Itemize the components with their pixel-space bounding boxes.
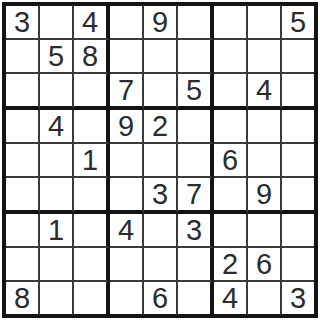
cell-r3c3[interactable] (74, 74, 110, 110)
cell-r5c4[interactable] (110, 144, 144, 178)
cell-r6c2[interactable] (40, 178, 74, 214)
cell-r8c4[interactable] (110, 248, 144, 282)
cell-r1c3[interactable]: 4 (74, 6, 110, 40)
cell-r2c2[interactable]: 5 (40, 40, 74, 74)
cell-r1c9[interactable]: 5 (282, 6, 314, 40)
cell-r7c1[interactable] (6, 214, 40, 248)
cell-r2c1[interactable] (6, 40, 40, 74)
board-row-8: 26 (6, 248, 314, 282)
cell-r3c6[interactable]: 5 (178, 74, 214, 110)
cell-r4c1[interactable] (6, 110, 40, 144)
cell-r8c3[interactable] (74, 248, 110, 282)
cell-r4c9[interactable] (282, 110, 314, 144)
cell-r6c9[interactable] (282, 178, 314, 214)
cell-r3c8[interactable]: 4 (248, 74, 282, 110)
cell-r4c5[interactable]: 2 (144, 110, 178, 144)
cell-r9c6[interactable] (178, 282, 214, 314)
cell-r2c4[interactable] (110, 40, 144, 74)
sudoku-page: 34955875449216379143268643 (0, 2, 320, 320)
cell-r4c4[interactable]: 9 (110, 110, 144, 144)
cell-r5c3[interactable]: 1 (74, 144, 110, 178)
cell-r9c5[interactable]: 6 (144, 282, 178, 314)
cell-r9c3[interactable] (74, 282, 110, 314)
cell-r5c9[interactable] (282, 144, 314, 178)
cell-r7c2[interactable]: 1 (40, 214, 74, 248)
cell-r3c2[interactable] (40, 74, 74, 110)
board-row-5: 16 (6, 144, 314, 178)
cell-r1c7[interactable] (214, 6, 248, 40)
board-row-9: 8643 (6, 282, 314, 314)
cell-r8c9[interactable] (282, 248, 314, 282)
board-row-4: 492 (6, 110, 314, 144)
cell-r2c6[interactable] (178, 40, 214, 74)
cell-r1c8[interactable] (248, 6, 282, 40)
cell-r1c1[interactable]: 3 (6, 6, 40, 40)
cell-r2c5[interactable] (144, 40, 178, 74)
cell-r1c5[interactable]: 9 (144, 6, 178, 40)
cell-r7c9[interactable] (282, 214, 314, 248)
cell-r4c7[interactable] (214, 110, 248, 144)
cell-r7c3[interactable] (74, 214, 110, 248)
cell-r8c2[interactable] (40, 248, 74, 282)
cell-r7c4[interactable]: 4 (110, 214, 144, 248)
cell-r9c7[interactable]: 4 (214, 282, 248, 314)
cell-r7c5[interactable] (144, 214, 178, 248)
cell-r8c8[interactable]: 6 (248, 248, 282, 282)
cell-r7c7[interactable] (214, 214, 248, 248)
cell-r5c1[interactable] (6, 144, 40, 178)
cell-r6c5[interactable]: 3 (144, 178, 178, 214)
cell-r2c9[interactable] (282, 40, 314, 74)
board-row-1: 3495 (6, 6, 314, 40)
cell-r4c6[interactable] (178, 110, 214, 144)
cell-r1c6[interactable] (178, 6, 214, 40)
cell-r3c1[interactable] (6, 74, 40, 110)
cell-r3c9[interactable] (282, 74, 314, 110)
cell-r6c7[interactable] (214, 178, 248, 214)
cell-r6c4[interactable] (110, 178, 144, 214)
cell-r3c7[interactable] (214, 74, 248, 110)
cell-r1c2[interactable] (40, 6, 74, 40)
cell-r7c6[interactable]: 3 (178, 214, 214, 248)
cell-r5c8[interactable] (248, 144, 282, 178)
cell-r4c2[interactable]: 4 (40, 110, 74, 144)
cell-r9c4[interactable] (110, 282, 144, 314)
cell-r6c8[interactable]: 9 (248, 178, 282, 214)
cell-r6c1[interactable] (6, 178, 40, 214)
cell-r9c8[interactable] (248, 282, 282, 314)
cell-r1c4[interactable] (110, 6, 144, 40)
cell-r2c3[interactable]: 8 (74, 40, 110, 74)
cell-r7c8[interactable] (248, 214, 282, 248)
cell-r6c6[interactable]: 7 (178, 178, 214, 214)
cell-r2c8[interactable] (248, 40, 282, 74)
cell-r5c6[interactable] (178, 144, 214, 178)
cell-r2c7[interactable] (214, 40, 248, 74)
cell-r5c5[interactable] (144, 144, 178, 178)
sudoku-board: 34955875449216379143268643 (2, 2, 318, 318)
board-row-6: 379 (6, 178, 314, 214)
cell-r4c8[interactable] (248, 110, 282, 144)
cell-r3c5[interactable] (144, 74, 178, 110)
cell-r3c4[interactable]: 7 (110, 74, 144, 110)
cell-r8c6[interactable] (178, 248, 214, 282)
cell-r5c2[interactable] (40, 144, 74, 178)
cell-r8c7[interactable]: 2 (214, 248, 248, 282)
cell-r8c1[interactable] (6, 248, 40, 282)
cell-r9c9[interactable]: 3 (282, 282, 314, 314)
cell-r5c7[interactable]: 6 (214, 144, 248, 178)
cell-r4c3[interactable] (74, 110, 110, 144)
board-row-3: 754 (6, 74, 314, 110)
board-row-7: 143 (6, 214, 314, 248)
cell-r9c2[interactable] (40, 282, 74, 314)
cell-r6c3[interactable] (74, 178, 110, 214)
board-row-2: 58 (6, 40, 314, 74)
cell-r8c5[interactable] (144, 248, 178, 282)
cell-r9c1[interactable]: 8 (6, 282, 40, 314)
